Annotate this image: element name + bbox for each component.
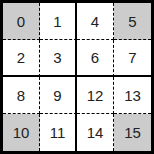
cell-value: 2: [17, 49, 25, 66]
cell-r1c1: 3: [40, 40, 77, 77]
cell-r2c3: 13: [114, 77, 151, 114]
cell-r3c2: 14: [77, 114, 114, 151]
cell-value: 7: [128, 49, 136, 66]
cell-r1c0: 2: [3, 40, 40, 77]
cell-r3c0: 10: [3, 114, 40, 151]
cell-value: 12: [87, 87, 104, 104]
cell-r2c0: 8: [3, 77, 40, 114]
cell-value: 5: [128, 13, 136, 30]
cell-value: 14: [87, 124, 104, 141]
puzzle-grid: 0 1 4 5 2 3 6 7 8 9 12 13 10 11 14 15: [0, 0, 154, 154]
cell-r1c3: 7: [114, 40, 151, 77]
cell-value: 11: [50, 124, 66, 141]
cell-r0c3: 5: [114, 3, 151, 40]
cell-value: 9: [53, 87, 61, 104]
cell-value: 3: [53, 49, 61, 66]
cell-value: 13: [124, 87, 141, 104]
cell-r0c0: 0: [3, 3, 40, 40]
cell-r0c1: 1: [40, 3, 77, 40]
cell-value: 6: [91, 49, 99, 66]
cell-value: 8: [17, 87, 25, 104]
cell-value: 0: [17, 13, 25, 30]
cell-value: 10: [13, 124, 30, 141]
cell-r3c1: 11: [40, 114, 77, 151]
cell-r2c1: 9: [40, 77, 77, 114]
cell-value: 1: [53, 13, 61, 30]
cell-r3c3: 15: [114, 114, 151, 151]
cell-r2c2: 12: [77, 77, 114, 114]
cell-r1c2: 6: [77, 40, 114, 77]
cell-value: 15: [124, 124, 141, 141]
cell-value: 4: [91, 13, 99, 30]
cell-r0c2: 4: [77, 3, 114, 40]
